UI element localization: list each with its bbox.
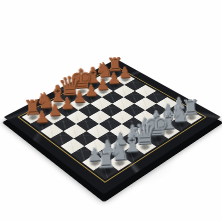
photo-scene: ♜♞♝♛♚♝♞♜♟♟♟♟♟♟♟♟♟♟♟♟♟♟♟♟♜♞♝♛♚♝♞♜ — [0, 0, 222, 222]
square-b6 — [53, 117, 76, 131]
board-frame: ♜♞♝♛♚♝♞♜♟♟♟♟♟♟♟♟♟♟♟♟♟♟♟♟♜♞♝♛♚♝♞♜ — [4, 59, 221, 194]
piece-copper-pawn: ♟ — [35, 109, 50, 126]
gold-pinstripe: ♜♞♝♛♚♝♞♜♟♟♟♟♟♟♟♟♟♟♟♟♟♟♟♟♜♞♝♛♚♝♞♜ — [17, 66, 206, 183]
piece-copper-pawn: ♟ — [48, 102, 63, 119]
piece-copper-pawn: ♟ — [60, 96, 75, 112]
piece-silver-rook: ♜ — [95, 148, 117, 173]
chess-board: ♜♞♝♛♚♝♞♜♟♟♟♟♟♟♟♟♟♟♟♟♟♟♟♟♜♞♝♛♚♝♞♜ — [4, 59, 221, 194]
square-a1: ♜ — [93, 162, 118, 179]
product-photo: ♜♞♝♛♚♝♞♜♟♟♟♟♟♟♟♟♟♟♟♟♟♟♟♟♜♞♝♛♚♝♞♜ — [0, 0, 222, 222]
board-grid: ♜♞♝♛♚♝♞♜♟♟♟♟♟♟♟♟♟♟♟♟♟♟♟♟♜♞♝♛♚♝♞♜ — [22, 68, 203, 180]
